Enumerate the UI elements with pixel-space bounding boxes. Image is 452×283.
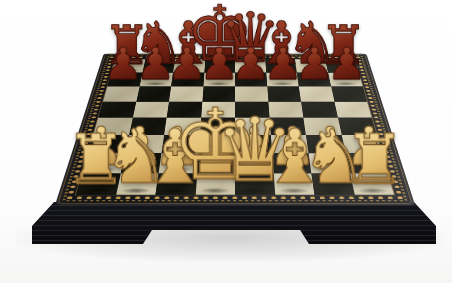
piece-black-boxwood-rook: ♜ <box>343 126 405 195</box>
square-b3 <box>299 86 334 101</box>
square-d2: ♟ <box>235 72 267 86</box>
square-a2: ♟ <box>328 72 363 86</box>
board-scene: ♜♞♝♚♛♝♞♜♟♟♟♟♟♟♟♟♟♟♟♟♟♟♟♟♜♞♝♚♛♝♞♜ <box>0 0 452 283</box>
chess-set-photo: ♜♞♝♚♛♝♞♜♟♟♟♟♟♟♟♟♟♟♟♟♟♟♟♟♜♞♝♚♛♝♞♜ <box>0 0 452 283</box>
square-h3 <box>103 86 139 101</box>
square-a3 <box>331 86 367 101</box>
square-a8: ♜ <box>350 173 394 195</box>
piece-white-burgundy-pawn: ♟ <box>327 42 367 86</box>
chess-board: ♜♞♝♚♛♝♞♜♟♟♟♟♟♟♟♟♟♟♟♟♟♟♟♟♜♞♝♚♛♝♞♜ <box>55 54 415 205</box>
squares-grid: ♜♞♝♚♛♝♞♜♟♟♟♟♟♟♟♟♟♟♟♟♟♟♟♟♜♞♝♚♛♝♞♜ <box>76 59 394 195</box>
square-b2: ♟ <box>297 72 331 86</box>
square-g3 <box>136 86 171 101</box>
